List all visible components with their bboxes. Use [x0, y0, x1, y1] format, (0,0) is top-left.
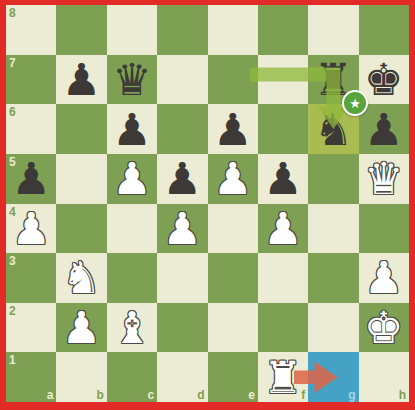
file-label-e: e [248, 389, 255, 401]
square-c7[interactable]: ♛ [107, 55, 157, 105]
square-a4[interactable]: 4♟ [6, 204, 56, 254]
square-b3[interactable]: ♞ [56, 253, 106, 303]
rank-label-6: 6 [9, 106, 16, 118]
black-pawn-e6[interactable]: ♟ [213, 105, 252, 154]
black-pawn-h6[interactable]: ♟ [364, 105, 403, 154]
square-b7[interactable]: ♟ [56, 55, 106, 105]
square-c8[interactable] [107, 5, 157, 55]
square-e8[interactable] [208, 5, 258, 55]
square-h3[interactable]: ♟ [359, 253, 409, 303]
black-pawn-c6[interactable]: ♟ [112, 105, 151, 154]
square-g4[interactable] [308, 204, 358, 254]
white-rook-f1[interactable]: ♜ [263, 353, 302, 402]
black-pawn-a5[interactable]: ♟ [11, 154, 50, 203]
square-a7[interactable]: 7 [6, 55, 56, 105]
square-c4[interactable] [107, 204, 157, 254]
square-f6[interactable] [258, 104, 308, 154]
square-g8[interactable] [308, 5, 358, 55]
square-d1[interactable]: d [157, 352, 207, 402]
white-pawn-d4[interactable]: ♟ [163, 204, 202, 253]
best-move-star-badge: ★ [342, 90, 368, 116]
square-f8[interactable] [258, 5, 308, 55]
chessboard: 87♟♛♜♚6♟♟♞♟5♟♟♟♟♟♛4♟♟♟3♞♟2♟♝♚1abcdef♜gh [6, 5, 409, 402]
square-d5[interactable]: ♟ [157, 154, 207, 204]
rank-label-7: 7 [9, 57, 16, 69]
rank-label-2: 2 [9, 305, 16, 317]
square-e1[interactable]: e [208, 352, 258, 402]
square-f1[interactable]: f♜ [258, 352, 308, 402]
square-f7[interactable] [258, 55, 308, 105]
square-e3[interactable] [208, 253, 258, 303]
square-g3[interactable] [308, 253, 358, 303]
square-d8[interactable] [157, 5, 207, 55]
square-f2[interactable] [258, 303, 308, 353]
file-label-c: c [147, 389, 154, 401]
rank-label-1: 1 [9, 354, 16, 366]
square-h2[interactable]: ♚ [359, 303, 409, 353]
chessboard-frame: 87♟♛♜♚6♟♟♞♟5♟♟♟♟♟♛4♟♟♟3♞♟2♟♝♚1abcdef♜gh … [0, 0, 415, 410]
white-pawn-b2[interactable]: ♟ [62, 303, 101, 352]
square-e2[interactable] [208, 303, 258, 353]
square-a6[interactable]: 6 [6, 104, 56, 154]
square-g2[interactable] [308, 303, 358, 353]
rank-label-8: 8 [9, 7, 16, 19]
square-h6[interactable]: ♟ [359, 104, 409, 154]
square-a1[interactable]: 1a [6, 352, 56, 402]
square-e5[interactable]: ♟ [208, 154, 258, 204]
square-b6[interactable] [56, 104, 106, 154]
square-a8[interactable]: 8 [6, 5, 56, 55]
white-pawn-c5[interactable]: ♟ [112, 154, 151, 203]
square-d6[interactable] [157, 104, 207, 154]
white-pawn-e5[interactable]: ♟ [213, 154, 252, 203]
square-d4[interactable]: ♟ [157, 204, 207, 254]
square-c1[interactable]: c [107, 352, 157, 402]
square-g1[interactable]: g [308, 352, 358, 402]
square-f3[interactable] [258, 253, 308, 303]
file-label-a: a [47, 389, 54, 401]
square-b8[interactable] [56, 5, 106, 55]
square-c6[interactable]: ♟ [107, 104, 157, 154]
square-b1[interactable]: b [56, 352, 106, 402]
square-a2[interactable]: 2 [6, 303, 56, 353]
file-label-g: g [348, 389, 355, 401]
file-label-b: b [96, 389, 103, 401]
square-h1[interactable]: h [359, 352, 409, 402]
file-label-d: d [197, 389, 204, 401]
square-b2[interactable]: ♟ [56, 303, 106, 353]
black-king-h7[interactable]: ♚ [364, 55, 403, 104]
square-d3[interactable] [157, 253, 207, 303]
black-pawn-f5[interactable]: ♟ [263, 154, 302, 203]
square-c3[interactable] [107, 253, 157, 303]
black-pawn-b7[interactable]: ♟ [62, 55, 101, 104]
square-a5[interactable]: 5♟ [6, 154, 56, 204]
square-c5[interactable]: ♟ [107, 154, 157, 204]
black-pawn-d5[interactable]: ♟ [163, 154, 202, 203]
square-f4[interactable]: ♟ [258, 204, 308, 254]
square-g5[interactable] [308, 154, 358, 204]
square-c2[interactable]: ♝ [107, 303, 157, 353]
white-bishop-c2[interactable]: ♝ [112, 303, 151, 352]
square-d2[interactable] [157, 303, 207, 353]
black-queen-c7[interactable]: ♛ [112, 55, 151, 104]
square-d7[interactable] [157, 55, 207, 105]
rank-label-3: 3 [9, 255, 16, 267]
white-knight-b3[interactable]: ♞ [62, 253, 101, 302]
file-label-h: h [399, 389, 406, 401]
square-f5[interactable]: ♟ [258, 154, 308, 204]
star-icon: ★ [349, 97, 361, 110]
square-h8[interactable] [359, 5, 409, 55]
square-a3[interactable]: 3 [6, 253, 56, 303]
white-pawn-f4[interactable]: ♟ [263, 204, 302, 253]
white-queen-h5[interactable]: ♛ [364, 154, 403, 203]
white-pawn-a4[interactable]: ♟ [11, 204, 50, 253]
square-b4[interactable] [56, 204, 106, 254]
white-pawn-h3[interactable]: ♟ [364, 253, 403, 302]
square-h4[interactable] [359, 204, 409, 254]
square-e4[interactable] [208, 204, 258, 254]
white-king-h2[interactable]: ♚ [364, 303, 403, 352]
square-e6[interactable]: ♟ [208, 104, 258, 154]
square-e7[interactable] [208, 55, 258, 105]
square-h5[interactable]: ♛ [359, 154, 409, 204]
square-b5[interactable] [56, 154, 106, 204]
